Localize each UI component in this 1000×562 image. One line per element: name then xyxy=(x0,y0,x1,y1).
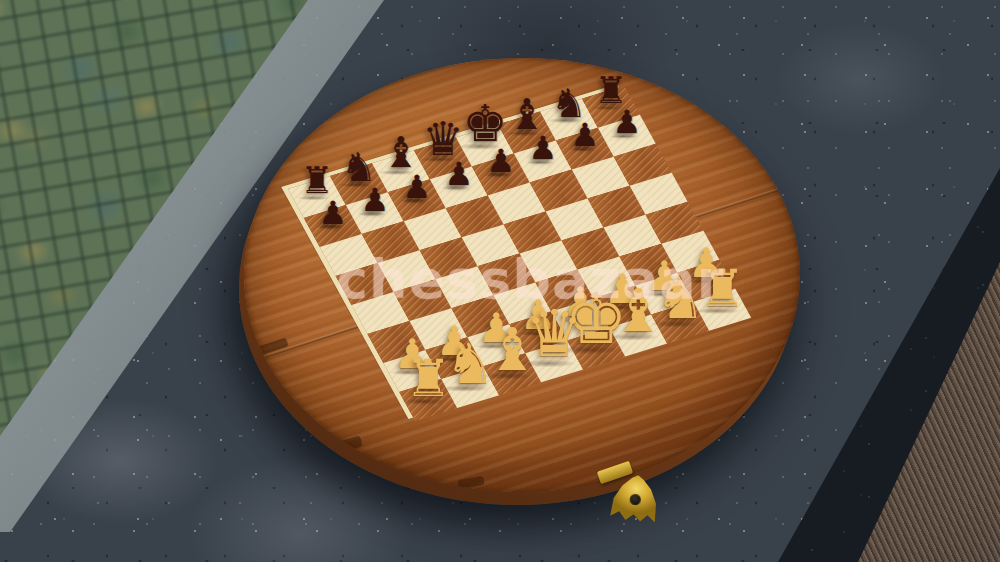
pieces-layer: ♜♞♝♛♚♝♞♜♟♟♟♟♟♟♟♟♟♟♟♟♟♟♟♟♜♞♝♛♚♝♞♜ xyxy=(0,0,1000,562)
piece-black-pawn[interactable]: ♟ xyxy=(443,158,475,190)
photo-scene: ♜♞♝♛♚♝♞♜♟♟♟♟♟♟♟♟♟♟♟♟♟♟♟♟♜♞♝♛♚♝♞♜ chessba… xyxy=(0,0,1000,562)
piece-black-pawn[interactable]: ♟ xyxy=(485,145,517,177)
piece-black-pawn[interactable]: ♟ xyxy=(611,106,643,138)
piece-black-pawn[interactable]: ♟ xyxy=(401,171,433,203)
piece-black-pawn[interactable]: ♟ xyxy=(359,184,391,216)
piece-black-pawn[interactable]: ♟ xyxy=(527,132,559,164)
piece-black-pawn[interactable]: ♟ xyxy=(569,119,601,151)
piece-glyph: ♟ xyxy=(611,106,643,138)
piece-glyph: ♟ xyxy=(485,145,517,177)
piece-glyph: ♟ xyxy=(317,197,349,229)
piece-glyph: ♟ xyxy=(569,119,601,151)
piece-glyph: ♟ xyxy=(527,132,559,164)
piece-glyph: ♟ xyxy=(401,171,433,203)
piece-glyph: ♟ xyxy=(359,184,391,216)
piece-black-pawn[interactable]: ♟ xyxy=(317,197,349,229)
piece-glyph: ♟ xyxy=(443,158,475,190)
piece-glyph: ♜ xyxy=(403,353,454,404)
piece-white-rook[interactable]: ♜ xyxy=(403,353,454,404)
